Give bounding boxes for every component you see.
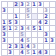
grid-cell[interactable]: 3	[38, 2, 43, 7]
grid-cell[interactable]	[50, 32, 55, 37]
grid-cell[interactable]	[50, 20, 55, 25]
grid-cell[interactable]: 1	[20, 44, 25, 49]
grid-cell[interactable]: 3	[2, 38, 7, 43]
grid-cell[interactable]	[50, 26, 55, 31]
grid-cell[interactable]	[38, 8, 43, 13]
grid-cell[interactable]: 4	[38, 20, 43, 25]
grid-cell[interactable]	[38, 38, 43, 43]
grid-cell[interactable]	[2, 50, 7, 55]
grid-cell[interactable]: 1	[32, 2, 37, 7]
grid-cell[interactable]	[44, 44, 49, 49]
grid-cell[interactable]: 5	[2, 26, 7, 31]
grid-cell[interactable]: 1	[14, 14, 19, 19]
grid-cell[interactable]	[8, 14, 13, 19]
grid-cell[interactable]	[14, 38, 19, 43]
grid-cell[interactable]: 4	[38, 50, 43, 55]
grid-cell[interactable]	[2, 14, 7, 19]
grid-cell[interactable]: 1	[38, 26, 43, 31]
grid-cell[interactable]: 5	[26, 8, 31, 13]
grid-cell[interactable]	[38, 32, 43, 37]
grid-cell[interactable]	[20, 20, 25, 25]
grid-cell[interactable]: 2	[26, 2, 31, 7]
grid-cell[interactable]	[50, 50, 55, 55]
grid-cell[interactable]: 1	[8, 26, 13, 31]
grid-cell[interactable]: 2	[44, 14, 49, 19]
grid-cell[interactable]	[32, 20, 37, 25]
grid-cell[interactable]	[2, 44, 7, 49]
grid-cell[interactable]	[32, 8, 37, 13]
grid-cell[interactable]: 1	[32, 50, 37, 55]
grid-cell[interactable]: 3	[20, 2, 25, 7]
grid-cell[interactable]: 3	[2, 8, 7, 13]
grid-cell[interactable]: 1	[44, 38, 49, 43]
grid-cell[interactable]	[32, 14, 37, 19]
grid-cell[interactable]: 4	[26, 44, 31, 49]
grid-cell[interactable]: 5	[26, 14, 31, 19]
sudoku-grid[interactable]: 2321335315215342512345135334513231433451…	[1, 1, 56, 56]
grid-cell[interactable]	[44, 26, 49, 31]
grid-cell[interactable]	[32, 32, 37, 37]
grid-cell[interactable]	[44, 2, 49, 7]
grid-cell[interactable]: 5	[26, 50, 31, 55]
grid-cell[interactable]	[14, 32, 19, 37]
grid-cell[interactable]	[26, 20, 31, 25]
grid-cell[interactable]: 3	[20, 26, 25, 31]
grid-cell[interactable]: 3	[44, 8, 49, 13]
grid-cell[interactable]	[20, 14, 25, 19]
grid-cell[interactable]: 5	[8, 20, 13, 25]
grid-cell[interactable]	[50, 14, 55, 19]
grid-cell[interactable]: 3	[44, 32, 49, 37]
grid-cell[interactable]	[50, 2, 55, 7]
grid-cell[interactable]	[32, 38, 37, 43]
grid-cell[interactable]: 3	[32, 44, 37, 49]
grid-cell[interactable]: 4	[20, 38, 25, 43]
grid-cell[interactable]	[2, 2, 7, 7]
grid-cell[interactable]	[26, 32, 31, 37]
sudoku-thumbnail: 2321335315215342512345135334513231433451…	[0, 0, 56, 56]
grid-cell[interactable]	[8, 38, 13, 43]
grid-cell[interactable]	[8, 8, 13, 13]
grid-cell[interactable]	[14, 50, 19, 55]
grid-cell[interactable]: 5	[26, 38, 31, 43]
grid-cell[interactable]	[50, 8, 55, 13]
grid-cell[interactable]	[38, 14, 43, 19]
grid-cell[interactable]: 4	[20, 50, 25, 55]
grid-cell[interactable]: 2	[8, 44, 13, 49]
grid-cell[interactable]: 5	[32, 26, 37, 31]
grid-cell[interactable]: 3	[50, 38, 55, 43]
grid-cell[interactable]	[8, 32, 13, 37]
grid-cell[interactable]: 2	[44, 20, 49, 25]
grid-cell[interactable]	[20, 8, 25, 13]
grid-cell[interactable]: 2	[14, 26, 19, 31]
grid-cell[interactable]: 3	[2, 32, 7, 37]
grid-cell[interactable]	[14, 8, 19, 13]
grid-cell[interactable]: 3	[14, 20, 19, 25]
grid-cell[interactable]: 2	[14, 2, 19, 7]
grid-cell[interactable]	[8, 2, 13, 7]
grid-cell[interactable]: 5	[20, 32, 25, 37]
grid-cell[interactable]: 1	[2, 20, 7, 25]
grid-cell[interactable]: 3	[14, 44, 19, 49]
grid-cell[interactable]	[38, 44, 43, 49]
grid-cell[interactable]: 3	[44, 50, 49, 55]
grid-cell[interactable]	[50, 44, 55, 49]
grid-cell[interactable]: 3	[8, 50, 13, 55]
grid-cell[interactable]: 4	[26, 26, 31, 31]
